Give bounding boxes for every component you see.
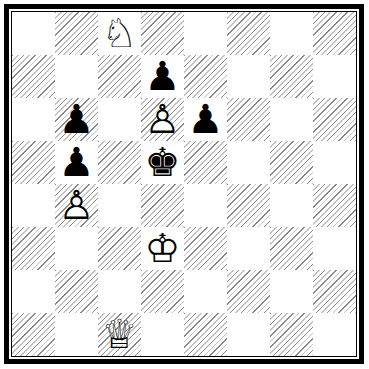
black-pawn-piece: ♟ — [184, 98, 227, 141]
square-c6[interactable] — [98, 98, 141, 141]
white-pawn-glyph: ♙ — [59, 184, 95, 227]
square-g5[interactable] — [270, 141, 313, 184]
black-pawn-glyph: ♟ — [59, 98, 95, 141]
square-f5[interactable] — [227, 141, 270, 184]
board-inner-border: ♞♘♟♟♟♙♟♟♚♟♙♚♔♛♕ — [11, 11, 357, 357]
black-pawn-glyph: ♟ — [188, 98, 224, 141]
square-h8[interactable] — [313, 12, 356, 55]
square-h5[interactable] — [313, 141, 356, 184]
square-f2[interactable] — [227, 270, 270, 313]
black-pawn-glyph: ♟ — [145, 55, 181, 98]
black-pawn-piece: ♟ — [141, 55, 184, 98]
black-king-glyph: ♚ — [145, 141, 181, 184]
square-d3[interactable]: ♚♔ — [141, 227, 184, 270]
chess-diagram: ♞♘♟♟♟♙♟♟♚♟♙♚♔♛♕ — [0, 0, 369, 369]
square-g2[interactable] — [270, 270, 313, 313]
square-e2[interactable] — [184, 270, 227, 313]
square-f3[interactable] — [227, 227, 270, 270]
square-g6[interactable] — [270, 98, 313, 141]
square-e1[interactable] — [184, 313, 227, 356]
white-pawn-piece: ♟♙ — [55, 184, 98, 227]
square-a4[interactable] — [12, 184, 55, 227]
square-a1[interactable] — [12, 313, 55, 356]
square-g8[interactable] — [270, 12, 313, 55]
square-b5[interactable]: ♟ — [55, 141, 98, 184]
square-g3[interactable] — [270, 227, 313, 270]
square-h3[interactable] — [313, 227, 356, 270]
square-b2[interactable] — [55, 270, 98, 313]
square-a7[interactable] — [12, 55, 55, 98]
white-knight-piece: ♞♘ — [98, 12, 141, 55]
square-a8[interactable] — [12, 12, 55, 55]
board-border-gap: ♞♘♟♟♟♙♟♟♚♟♙♚♔♛♕ — [9, 9, 359, 359]
square-c1[interactable]: ♛♕ — [98, 313, 141, 356]
square-d1[interactable] — [141, 313, 184, 356]
square-a5[interactable] — [12, 141, 55, 184]
square-b1[interactable] — [55, 313, 98, 356]
square-c7[interactable] — [98, 55, 141, 98]
square-b4[interactable]: ♟♙ — [55, 184, 98, 227]
white-pawn-glyph: ♙ — [145, 98, 181, 141]
square-d4[interactable] — [141, 184, 184, 227]
black-pawn-glyph: ♟ — [59, 141, 95, 184]
square-f6[interactable] — [227, 98, 270, 141]
square-g1[interactable] — [270, 313, 313, 356]
square-b3[interactable] — [55, 227, 98, 270]
square-g7[interactable] — [270, 55, 313, 98]
black-pawn-piece: ♟ — [55, 141, 98, 184]
square-d6[interactable]: ♟♙ — [141, 98, 184, 141]
board-outer-border: ♞♘♟♟♟♙♟♟♚♟♙♚♔♛♕ — [4, 4, 364, 364]
square-f4[interactable] — [227, 184, 270, 227]
square-b6[interactable]: ♟ — [55, 98, 98, 141]
square-h6[interactable] — [313, 98, 356, 141]
square-h1[interactable] — [313, 313, 356, 356]
square-e6[interactable]: ♟ — [184, 98, 227, 141]
white-queen-glyph: ♕ — [102, 313, 138, 356]
square-e8[interactable] — [184, 12, 227, 55]
square-d2[interactable] — [141, 270, 184, 313]
square-f1[interactable] — [227, 313, 270, 356]
square-c5[interactable] — [98, 141, 141, 184]
square-c3[interactable] — [98, 227, 141, 270]
square-g4[interactable] — [270, 184, 313, 227]
square-b7[interactable] — [55, 55, 98, 98]
square-c4[interactable] — [98, 184, 141, 227]
white-queen-piece: ♛♕ — [98, 313, 141, 356]
square-e4[interactable] — [184, 184, 227, 227]
white-pawn-piece: ♟♙ — [141, 98, 184, 141]
square-b8[interactable] — [55, 12, 98, 55]
chess-board: ♞♘♟♟♟♙♟♟♚♟♙♚♔♛♕ — [12, 12, 356, 356]
square-a6[interactable] — [12, 98, 55, 141]
square-d7[interactable]: ♟ — [141, 55, 184, 98]
square-a3[interactable] — [12, 227, 55, 270]
square-e5[interactable] — [184, 141, 227, 184]
square-h4[interactable] — [313, 184, 356, 227]
black-pawn-piece: ♟ — [55, 98, 98, 141]
square-d8[interactable] — [141, 12, 184, 55]
square-h7[interactable] — [313, 55, 356, 98]
square-f7[interactable] — [227, 55, 270, 98]
square-e7[interactable] — [184, 55, 227, 98]
square-e3[interactable] — [184, 227, 227, 270]
white-king-glyph: ♔ — [145, 227, 181, 270]
square-c2[interactable] — [98, 270, 141, 313]
white-knight-glyph: ♘ — [102, 12, 138, 55]
square-c8[interactable]: ♞♘ — [98, 12, 141, 55]
square-h2[interactable] — [313, 270, 356, 313]
square-f8[interactable] — [227, 12, 270, 55]
black-king-piece: ♚ — [141, 141, 184, 184]
square-d5[interactable]: ♚ — [141, 141, 184, 184]
white-king-piece: ♚♔ — [141, 227, 184, 270]
square-a2[interactable] — [12, 270, 55, 313]
